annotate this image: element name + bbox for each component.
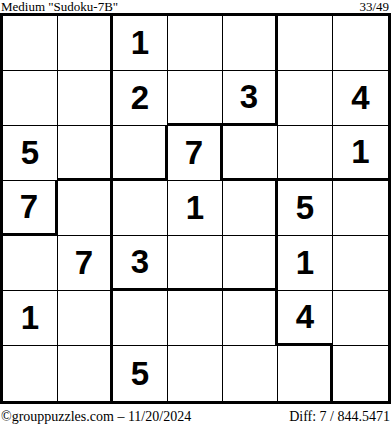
sudoku-cell-clue: 1 <box>3 291 58 346</box>
sudoku-board-frame: 1234571715731145 <box>0 13 391 404</box>
sudoku-cell-clue: 3 <box>113 236 168 291</box>
footer-diff: Diff: 7 / 844.5471 <box>289 409 390 425</box>
sudoku-cell-clue: 1 <box>278 236 333 291</box>
sudoku-board: 1234571715731145 <box>3 16 388 401</box>
sudoku-cell-clue: 7 <box>3 181 58 236</box>
sudoku-cell-clue: 5 <box>113 346 168 401</box>
sudoku-cell-clue: 3 <box>223 71 278 126</box>
sudoku-cell-clue: 7 <box>58 236 113 291</box>
sudoku-cell-empty[interactable] <box>113 291 168 346</box>
sudoku-cell-empty[interactable] <box>168 346 223 401</box>
sudoku-cell-empty[interactable] <box>223 126 278 181</box>
sudoku-cell-empty[interactable] <box>333 181 388 236</box>
sudoku-cell-empty[interactable] <box>333 236 388 291</box>
sudoku-cell-empty[interactable] <box>58 126 113 181</box>
sudoku-cell-empty[interactable] <box>3 16 58 71</box>
sudoku-cell-clue: 1 <box>113 16 168 71</box>
sudoku-cell-empty[interactable] <box>168 236 223 291</box>
page-title: Medium "Sudoku-7B" <box>1 0 118 13</box>
sudoku-cell-empty[interactable] <box>223 16 278 71</box>
sudoku-cell-empty[interactable] <box>58 181 113 236</box>
sudoku-cell-empty[interactable] <box>168 291 223 346</box>
sudoku-cell-empty[interactable] <box>223 181 278 236</box>
sudoku-cell-empty[interactable] <box>333 16 388 71</box>
sudoku-cell-clue: 4 <box>278 291 333 346</box>
sudoku-cell-empty[interactable] <box>333 346 388 401</box>
sudoku-cell-empty[interactable] <box>58 16 113 71</box>
sudoku-cell-empty[interactable] <box>58 291 113 346</box>
sudoku-cell-empty[interactable] <box>333 291 388 346</box>
sudoku-cell-clue: 4 <box>333 71 388 126</box>
sudoku-cell-clue: 1 <box>333 126 388 181</box>
footer-copyright: ©grouppuzzles.com – 11/20/2024 <box>1 409 191 425</box>
sudoku-cell-empty[interactable] <box>58 71 113 126</box>
sudoku-cell-clue: 2 <box>113 71 168 126</box>
sudoku-cell-empty[interactable] <box>3 236 58 291</box>
sudoku-cell-empty[interactable] <box>168 71 223 126</box>
sudoku-cell-empty[interactable] <box>3 346 58 401</box>
sudoku-cell-clue: 1 <box>168 181 223 236</box>
sudoku-cell-empty[interactable] <box>168 16 223 71</box>
sudoku-cell-empty[interactable] <box>113 126 168 181</box>
sudoku-cell-clue: 5 <box>278 181 333 236</box>
sudoku-cell-empty[interactable] <box>278 346 333 401</box>
sudoku-cell-empty[interactable] <box>278 126 333 181</box>
sudoku-cell-empty[interactable] <box>3 71 58 126</box>
sudoku-cell-clue: 7 <box>168 126 223 181</box>
sudoku-cell-empty[interactable] <box>278 16 333 71</box>
sudoku-cell-empty[interactable] <box>223 236 278 291</box>
puzzle-counter: 33/49 <box>359 0 389 13</box>
sudoku-cell-clue: 5 <box>3 126 58 181</box>
header: Medium "Sudoku-7B" 33/49 <box>0 0 391 13</box>
sudoku-cell-empty[interactable] <box>58 346 113 401</box>
sudoku-cell-empty[interactable] <box>223 291 278 346</box>
puzzle-page: Medium "Sudoku-7B" 33/49 123457171573114… <box>0 0 391 426</box>
sudoku-cell-empty[interactable] <box>278 71 333 126</box>
sudoku-cell-empty[interactable] <box>223 346 278 401</box>
sudoku-cell-empty[interactable] <box>113 181 168 236</box>
footer: ©grouppuzzles.com – 11/20/2024 Diff: 7 /… <box>0 404 391 426</box>
